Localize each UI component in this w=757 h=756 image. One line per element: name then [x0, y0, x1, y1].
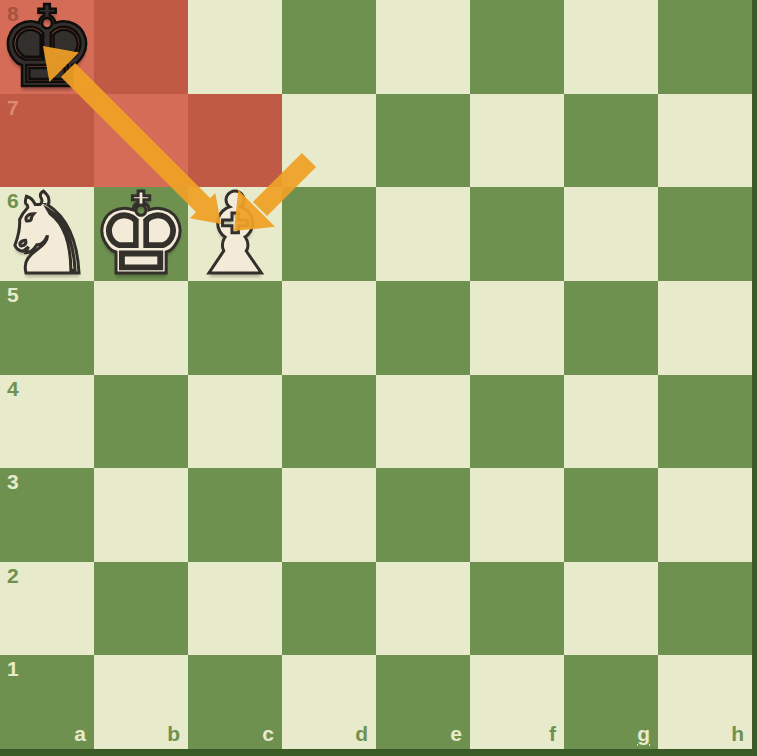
square-h6[interactable] — [658, 187, 752, 281]
square-c6[interactable]: ♝ — [188, 187, 282, 281]
square-b3[interactable] — [94, 468, 188, 562]
square-a3[interactable]: 3 — [0, 468, 94, 562]
rank-label-1: 1 — [7, 658, 19, 679]
square-e8[interactable] — [376, 0, 470, 94]
square-e3[interactable] — [376, 468, 470, 562]
rank-label-4: 4 — [7, 378, 19, 399]
square-c3[interactable] — [188, 468, 282, 562]
square-b8[interactable] — [94, 0, 188, 94]
square-e5[interactable] — [376, 281, 470, 375]
square-h7[interactable] — [658, 94, 752, 188]
square-a8[interactable]: 8♚ — [0, 0, 94, 94]
rank-label-3: 3 — [7, 471, 19, 492]
file-label-c: c — [262, 723, 274, 744]
black-king-a8[interactable]: ♚ — [0, 0, 94, 94]
square-f6[interactable] — [470, 187, 564, 281]
square-b6[interactable]: ♚ — [94, 187, 188, 281]
white-bishop-c6[interactable]: ♝ — [188, 187, 282, 281]
file-label-g: g — [637, 723, 650, 744]
chess-app-stage: 8♚76♞♚♝54321abcdefgh — [0, 0, 757, 756]
square-g3[interactable] — [564, 468, 658, 562]
square-g7[interactable] — [564, 94, 658, 188]
square-f8[interactable] — [470, 0, 564, 94]
square-h1[interactable]: h — [658, 655, 752, 749]
white-king-b6[interactable]: ♚ — [94, 187, 188, 281]
square-h3[interactable] — [658, 468, 752, 562]
square-g4[interactable] — [564, 375, 658, 469]
square-d1[interactable]: d — [282, 655, 376, 749]
square-d8[interactable] — [282, 0, 376, 94]
file-label-h: h — [731, 723, 744, 744]
square-e6[interactable] — [376, 187, 470, 281]
square-f3[interactable] — [470, 468, 564, 562]
square-d7[interactable] — [282, 94, 376, 188]
square-a4[interactable]: 4 — [0, 375, 94, 469]
square-f7[interactable] — [470, 94, 564, 188]
square-c8[interactable] — [188, 0, 282, 94]
file-label-b: b — [167, 723, 180, 744]
square-a6[interactable]: 6♞ — [0, 187, 94, 281]
file-label-f: f — [549, 723, 556, 744]
square-c2[interactable] — [188, 562, 282, 656]
square-h8[interactable] — [658, 0, 752, 94]
square-g8[interactable] — [564, 0, 658, 94]
white-knight-a6[interactable]: ♞ — [0, 187, 94, 281]
square-c4[interactable] — [188, 375, 282, 469]
chess-board: 8♚76♞♚♝54321abcdefgh — [0, 0, 752, 749]
square-f2[interactable] — [470, 562, 564, 656]
square-h5[interactable] — [658, 281, 752, 375]
square-g6[interactable] — [564, 187, 658, 281]
square-d4[interactable] — [282, 375, 376, 469]
square-a2[interactable]: 2 — [0, 562, 94, 656]
file-label-a: a — [74, 723, 86, 744]
square-b4[interactable] — [94, 375, 188, 469]
square-e4[interactable] — [376, 375, 470, 469]
square-d3[interactable] — [282, 468, 376, 562]
square-d6[interactable] — [282, 187, 376, 281]
square-g2[interactable] — [564, 562, 658, 656]
square-b1[interactable]: b — [94, 655, 188, 749]
square-e1[interactable]: e — [376, 655, 470, 749]
square-h4[interactable] — [658, 375, 752, 469]
square-d2[interactable] — [282, 562, 376, 656]
square-f1[interactable]: f — [470, 655, 564, 749]
square-g1[interactable]: g — [564, 655, 658, 749]
square-h2[interactable] — [658, 562, 752, 656]
square-f4[interactable] — [470, 375, 564, 469]
rank-label-2: 2 — [7, 565, 19, 586]
square-e7[interactable] — [376, 94, 470, 188]
file-label-d: d — [355, 723, 368, 744]
square-a1[interactable]: 1a — [0, 655, 94, 749]
square-e2[interactable] — [376, 562, 470, 656]
square-d5[interactable] — [282, 281, 376, 375]
file-label-e: e — [450, 723, 462, 744]
square-c1[interactable]: c — [188, 655, 282, 749]
square-f5[interactable] — [470, 281, 564, 375]
square-b2[interactable] — [94, 562, 188, 656]
square-g5[interactable] — [564, 281, 658, 375]
